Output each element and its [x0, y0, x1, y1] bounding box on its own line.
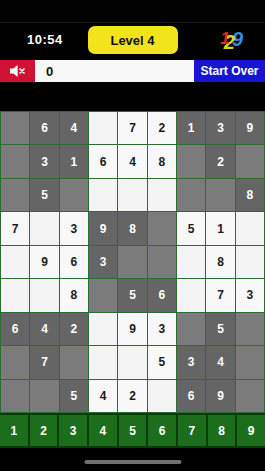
cell-r1c8[interactable]: 3 — [206, 112, 234, 144]
cell-r1c4[interactable] — [89, 112, 117, 144]
cell-r3c2[interactable]: 5 — [30, 179, 58, 211]
cell-r6c4[interactable] — [89, 279, 117, 311]
header: 10:54 Level 4 129 — [0, 23, 265, 60]
key-6[interactable]: 6 — [148, 415, 176, 446]
cell-r5c9[interactable] — [236, 246, 264, 278]
cell-r1c1[interactable] — [1, 112, 29, 144]
cell-r9c3[interactable]: 5 — [60, 380, 88, 412]
cell-r8c2[interactable]: 7 — [30, 346, 58, 378]
speaker-muted-icon — [9, 64, 26, 78]
cell-r2c4[interactable]: 6 — [89, 145, 117, 177]
status-bar — [0, 0, 265, 23]
sudoku-app: 10:54 Level 4 129 0 Start Over 647213931… — [0, 0, 265, 471]
cell-r4c1[interactable]: 7 — [1, 212, 29, 244]
key-8[interactable]: 8 — [208, 415, 236, 446]
cell-r5c5[interactable] — [118, 246, 146, 278]
score-field: 0 — [35, 60, 194, 82]
cell-r8c9[interactable] — [236, 346, 264, 378]
cell-r2c9[interactable] — [236, 145, 264, 177]
home-indicator[interactable] — [84, 460, 181, 464]
level-button[interactable]: Level 4 — [88, 26, 178, 54]
cell-r6c7[interactable] — [177, 279, 205, 311]
cell-r9c2[interactable] — [30, 380, 58, 412]
key-2[interactable]: 2 — [30, 415, 58, 446]
key-1[interactable]: 1 — [0, 415, 28, 446]
mute-button[interactable] — [0, 60, 35, 82]
footer — [0, 448, 265, 471]
cell-r4c4[interactable]: 9 — [89, 212, 117, 244]
cell-r8c5[interactable] — [118, 346, 146, 378]
cell-r4c9[interactable] — [236, 212, 264, 244]
game-timer: 10:54 — [27, 32, 63, 47]
cell-r8c6[interactable]: 5 — [148, 346, 176, 378]
cell-r7c8[interactable]: 5 — [206, 313, 234, 345]
cell-r9c5[interactable]: 2 — [118, 380, 146, 412]
cell-r6c5[interactable]: 5 — [118, 279, 146, 311]
cell-r2c1[interactable] — [1, 145, 29, 177]
cell-r4c3[interactable]: 3 — [60, 212, 88, 244]
cell-r8c4[interactable] — [89, 346, 117, 378]
cell-r8c8[interactable]: 4 — [206, 346, 234, 378]
cell-r4c2[interactable] — [30, 212, 58, 244]
cell-r1c5[interactable]: 7 — [118, 112, 146, 144]
cell-r4c5[interactable]: 8 — [118, 212, 146, 244]
cell-r8c1[interactable] — [1, 346, 29, 378]
cell-r7c6[interactable]: 3 — [148, 313, 176, 345]
cell-r1c9[interactable]: 9 — [236, 112, 264, 144]
cell-r9c4[interactable]: 4 — [89, 380, 117, 412]
cell-r7c5[interactable]: 9 — [118, 313, 146, 345]
key-7[interactable]: 7 — [178, 415, 206, 446]
cell-r7c1[interactable]: 6 — [1, 313, 29, 345]
cell-r4c7[interactable]: 5 — [177, 212, 205, 244]
cell-r5c3[interactable]: 6 — [60, 246, 88, 278]
cell-r5c7[interactable] — [177, 246, 205, 278]
cell-r4c6[interactable] — [148, 212, 176, 244]
cell-r5c6[interactable] — [148, 246, 176, 278]
cell-r2c6[interactable]: 8 — [148, 145, 176, 177]
logo-digit-1: 1 — [220, 29, 229, 49]
app-logo: 129 — [220, 29, 243, 51]
cell-r2c3[interactable]: 1 — [60, 145, 88, 177]
cell-r6c2[interactable] — [30, 279, 58, 311]
cell-r7c3[interactable]: 2 — [60, 313, 88, 345]
cell-r5c2[interactable]: 9 — [30, 246, 58, 278]
cell-r3c8[interactable] — [206, 179, 234, 211]
control-bar: 0 Start Over — [0, 60, 265, 82]
cell-r6c3[interactable]: 8 — [60, 279, 88, 311]
key-5[interactable]: 5 — [119, 415, 147, 446]
cell-r2c2[interactable]: 3 — [30, 145, 58, 177]
cell-r5c4[interactable]: 3 — [89, 246, 117, 278]
cell-r6c9[interactable]: 3 — [236, 279, 264, 311]
cell-r7c2[interactable]: 4 — [30, 313, 58, 345]
cell-r9c6[interactable] — [148, 380, 176, 412]
cell-r4c8[interactable]: 1 — [206, 212, 234, 244]
cell-r8c7[interactable]: 3 — [177, 346, 205, 378]
key-3[interactable]: 3 — [59, 415, 87, 446]
cell-r3c4[interactable] — [89, 179, 117, 211]
cell-r9c9[interactable] — [236, 380, 264, 412]
cell-r3c5[interactable] — [118, 179, 146, 211]
header-gap — [0, 82, 265, 111]
cell-r8c3[interactable] — [60, 346, 88, 378]
cell-r6c8[interactable]: 7 — [206, 279, 234, 311]
start-over-button[interactable]: Start Over — [194, 60, 265, 82]
cell-r5c8[interactable]: 8 — [206, 246, 234, 278]
cell-r6c6[interactable]: 6 — [148, 279, 176, 311]
cell-r7c9[interactable] — [236, 313, 264, 345]
cell-r9c1[interactable] — [1, 380, 29, 412]
cell-r1c7[interactable]: 1 — [177, 112, 205, 144]
cell-r5c1[interactable] — [1, 246, 29, 278]
cell-r2c8[interactable]: 2 — [206, 145, 234, 177]
number-keypad: 123456789 — [0, 413, 265, 448]
cell-r7c7[interactable] — [177, 313, 205, 345]
cell-r3c1[interactable] — [1, 179, 29, 211]
cell-r7c4[interactable] — [89, 313, 117, 345]
cell-r9c7[interactable]: 6 — [177, 380, 205, 412]
cell-r3c3[interactable] — [60, 179, 88, 211]
key-9[interactable]: 9 — [237, 415, 265, 446]
cell-r1c2[interactable]: 6 — [30, 112, 58, 144]
key-4[interactable]: 4 — [89, 415, 117, 446]
cell-r2c7[interactable] — [177, 145, 205, 177]
cell-r1c3[interactable]: 4 — [60, 112, 88, 144]
cell-r3c9[interactable]: 8 — [236, 179, 264, 211]
sudoku-board: 6472139316482587398519638856736429357534… — [0, 111, 265, 413]
cell-r6c1[interactable] — [1, 279, 29, 311]
cell-r3c6[interactable] — [148, 179, 176, 211]
cell-r3c7[interactable] — [177, 179, 205, 211]
cell-r2c5[interactable]: 4 — [118, 145, 146, 177]
cell-r9c8[interactable]: 9 — [206, 380, 234, 412]
cell-r1c6[interactable]: 2 — [148, 112, 176, 144]
